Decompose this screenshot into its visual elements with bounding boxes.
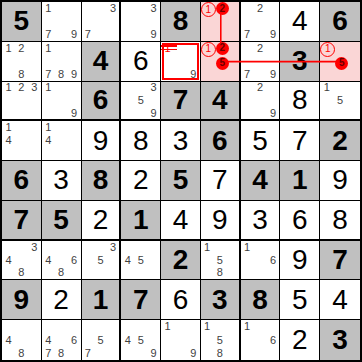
cell-r6c9[interactable]: 8 xyxy=(320,201,360,241)
candidate-4: 4 xyxy=(42,134,55,147)
solved-digit: 6 xyxy=(173,286,189,314)
cell-r5c1[interactable]: 6 xyxy=(2,161,42,201)
given-digit: 2 xyxy=(173,246,189,274)
cell-r3c1[interactable]: 123 xyxy=(2,82,42,122)
solved-digit: 6 xyxy=(292,206,308,234)
solved-digit: 3 xyxy=(252,206,268,234)
cell-r7c5[interactable]: 2 xyxy=(161,241,201,281)
candidate-2: 2 xyxy=(254,82,267,95)
solved-digit: 6 xyxy=(133,47,149,75)
cell-r1c8[interactable]: 4 xyxy=(280,2,320,42)
candidate-9: 9 xyxy=(267,107,280,120)
pencil-marks: 39 xyxy=(121,2,160,41)
solved-digit: 9 xyxy=(332,166,348,194)
cell-r5c4[interactable]: 2 xyxy=(121,161,161,201)
candidate-5: 5 xyxy=(134,254,147,267)
cell-r3c2[interactable]: 19 xyxy=(42,82,82,122)
cell-r1c3[interactable]: 37 xyxy=(82,2,122,42)
solved-digit: 2 xyxy=(53,286,69,314)
given-digit: 8 xyxy=(93,166,109,194)
given-digit: 8 xyxy=(173,7,189,35)
cell-r1c5[interactable]: 8 xyxy=(161,2,201,42)
cell-r4c2[interactable]: 14 xyxy=(42,121,82,161)
pencil-marks: 459 xyxy=(121,320,160,360)
candidate-4: 4 xyxy=(121,254,134,267)
candidate-1: 1 xyxy=(42,42,55,55)
candidate-9: 9 xyxy=(68,28,81,41)
solved-digit: 4 xyxy=(173,206,189,234)
pencil-marks: 29 xyxy=(241,82,280,120)
cell-r2c3[interactable]: 4 xyxy=(82,42,122,82)
cell-r8c2[interactable]: 2 xyxy=(42,280,82,320)
given-digit: 1 xyxy=(93,286,109,314)
cell-r7c9[interactable]: 7 xyxy=(320,241,360,281)
cell-r2c4[interactable]: 6 xyxy=(121,42,161,82)
candidate-7: 7 xyxy=(241,68,254,81)
cell-r8c5[interactable]: 6 xyxy=(161,280,201,320)
pencil-marks: 1789 xyxy=(42,42,81,81)
cell-r8c4[interactable]: 7 xyxy=(121,280,161,320)
pencil-marks: 12 xyxy=(201,2,239,41)
candidate-4: 4 xyxy=(2,254,15,267)
solved-digit: 3 xyxy=(173,127,189,155)
cell-r2c6[interactable]: 125 xyxy=(201,42,241,82)
candidate-9: 9 xyxy=(187,347,200,360)
candidate-5: 5 xyxy=(134,94,147,107)
cell-r8c3[interactable]: 1 xyxy=(82,280,122,320)
pencil-marks: 279 xyxy=(241,42,280,81)
candidate-7: 7 xyxy=(82,347,95,360)
cell-r1c2[interactable]: 179 xyxy=(42,2,82,42)
candidate-1: 1 xyxy=(320,82,333,95)
candidate-8: 8 xyxy=(15,347,28,360)
cell-r9c3[interactable]: 57 xyxy=(82,320,122,360)
given-digit: 7 xyxy=(14,206,30,234)
candidate-4: 4 xyxy=(42,333,55,346)
candidate-9: 9 xyxy=(267,28,280,41)
cell-r3c6[interactable]: 4 xyxy=(201,82,241,122)
pencil-marks: 125 xyxy=(201,42,239,81)
candidate-1: 1 xyxy=(241,241,254,254)
candidate-1: 1 xyxy=(201,320,214,333)
candidate-1: 1 xyxy=(42,121,55,134)
pencil-marks: 35 xyxy=(82,241,120,280)
given-digit: 4 xyxy=(93,47,109,75)
cell-r6c8[interactable]: 6 xyxy=(280,201,320,241)
candidate-4: 4 xyxy=(2,134,15,147)
cell-r1c4[interactable]: 39 xyxy=(121,2,161,42)
cell-r3c7[interactable]: 29 xyxy=(241,82,281,122)
solved-digit: 9 xyxy=(93,127,109,155)
chain-disc-5: 5 xyxy=(335,57,348,70)
cell-r3c8[interactable]: 8 xyxy=(280,82,320,122)
candidate-3: 3 xyxy=(107,241,120,254)
cell-r2c2[interactable]: 1789 xyxy=(42,42,82,82)
candidate-3: 3 xyxy=(28,241,41,254)
candidate-4: 4 xyxy=(2,333,15,346)
candidate-6: 6 xyxy=(267,333,280,346)
cell-r7c2[interactable]: 468 xyxy=(42,241,82,281)
given-digit: 4 xyxy=(252,166,268,194)
cell-r7c8[interactable]: 9 xyxy=(280,241,320,281)
cell-r2c1[interactable]: 128 xyxy=(2,42,42,82)
cell-r5c8[interactable]: 1 xyxy=(280,161,320,201)
given-digit: 7 xyxy=(173,86,189,114)
cell-r4c9[interactable]: 2 xyxy=(320,121,360,161)
candidate-5: 5 xyxy=(333,94,346,107)
cell-r7c7[interactable]: 16 xyxy=(241,241,281,281)
candidate-7: 7 xyxy=(42,68,55,81)
candidate-5: 5 xyxy=(213,254,226,267)
cell-r6c3[interactable]: 2 xyxy=(82,201,122,241)
pencil-marks: 15 xyxy=(320,42,360,81)
candidate-8: 8 xyxy=(213,347,226,360)
cell-r8c6[interactable]: 3 xyxy=(201,280,241,320)
candidate-1: 1 xyxy=(2,42,15,55)
pencil-marks: 348 xyxy=(2,241,41,280)
cell-r3c9[interactable]: 15 xyxy=(320,82,360,122)
candidate-6: 6 xyxy=(267,254,280,267)
solved-digit: 8 xyxy=(133,127,149,155)
given-digit: 3 xyxy=(292,47,308,75)
solved-digit: 3 xyxy=(53,166,69,194)
candidate-2: 2 xyxy=(254,2,267,15)
candidate-8: 8 xyxy=(213,267,226,280)
pencil-marks: 158 xyxy=(201,320,239,360)
cell-r6c4[interactable]: 1 xyxy=(121,201,161,241)
pencil-marks: 19 xyxy=(161,320,200,360)
candidate-1: 1 xyxy=(241,320,254,333)
cell-r4c6[interactable]: 6 xyxy=(201,121,241,161)
candidate-8: 8 xyxy=(55,347,68,360)
cell-r9c4[interactable]: 459 xyxy=(121,320,161,360)
cell-r4c3[interactable]: 9 xyxy=(82,121,122,161)
sudoku-board: 5179373981227946128178946191252793151231… xyxy=(0,0,362,362)
cell-r2c5[interactable]: 19 xyxy=(161,42,201,82)
given-digit: 1 xyxy=(292,166,308,194)
pencil-marks: 19 xyxy=(161,42,200,81)
candidate-8: 8 xyxy=(15,267,28,280)
candidate-2: 2 xyxy=(254,42,267,55)
solved-digit: 5 xyxy=(292,286,308,314)
pencil-marks: 468 xyxy=(42,241,81,280)
candidate-8: 8 xyxy=(15,68,28,81)
candidate-1: 1 xyxy=(42,2,55,15)
cell-r3c4[interactable]: 359 xyxy=(121,82,161,122)
candidate-6: 6 xyxy=(68,333,81,346)
cell-r2c9[interactable]: 15 xyxy=(320,42,360,82)
pencil-marks: 57 xyxy=(82,320,120,360)
candidate-9: 9 xyxy=(68,107,81,120)
cell-r4c1[interactable]: 14 xyxy=(2,121,42,161)
candidate-7: 7 xyxy=(82,28,95,41)
cell-r2c7[interactable]: 279 xyxy=(241,42,281,82)
cell-r1c1[interactable]: 5 xyxy=(2,2,42,42)
chain-disc-2: 2 xyxy=(216,42,229,55)
cell-r8c7[interactable]: 8 xyxy=(241,280,281,320)
cell-r9c6[interactable]: 158 xyxy=(201,320,241,360)
candidate-2: 2 xyxy=(15,82,28,95)
chain-circle-1: 1 xyxy=(320,42,335,57)
solved-digit: 9 xyxy=(292,246,308,274)
given-digit: 6 xyxy=(93,86,109,114)
cell-r7c1[interactable]: 348 xyxy=(2,241,42,281)
pencil-marks: 128 xyxy=(2,42,41,81)
given-digit: 2 xyxy=(332,127,348,155)
cell-r6c1[interactable]: 7 xyxy=(2,201,42,241)
pencil-marks: 45 xyxy=(121,241,160,280)
cell-r3c5[interactable]: 7 xyxy=(161,82,201,122)
cell-r8c8[interactable]: 5 xyxy=(280,280,320,320)
cell-r2c8[interactable]: 3 xyxy=(280,42,320,82)
candidate-7: 7 xyxy=(241,28,254,41)
cell-r9c2[interactable]: 4678 xyxy=(42,320,82,360)
cell-r9c7[interactable]: 16 xyxy=(241,320,281,360)
candidate-9: 9 xyxy=(68,68,81,81)
candidate-9: 9 xyxy=(187,68,200,81)
pencil-marks: 15 xyxy=(320,82,360,120)
given-digit: 5 xyxy=(53,206,69,234)
sudoku-grid: 5179373981227946128178946191252793151231… xyxy=(2,2,360,360)
candidate-7: 7 xyxy=(42,347,55,360)
candidate-3: 3 xyxy=(28,82,41,95)
pencil-marks: 48 xyxy=(2,320,41,360)
given-digit: 8 xyxy=(252,286,268,314)
cell-r1c9[interactable]: 6 xyxy=(320,2,360,42)
cell-r6c2[interactable]: 5 xyxy=(42,201,82,241)
candidate-1: 1 xyxy=(2,82,15,95)
cell-r5c2[interactable]: 3 xyxy=(42,161,82,201)
candidate-5: 5 xyxy=(134,333,147,346)
solved-digit: 2 xyxy=(292,326,308,354)
candidate-5: 5 xyxy=(94,254,107,267)
cell-r8c1[interactable]: 9 xyxy=(2,280,42,320)
cell-r7c4[interactable]: 45 xyxy=(121,241,161,281)
candidate-8: 8 xyxy=(55,68,68,81)
cell-r7c3[interactable]: 35 xyxy=(82,241,122,281)
solved-digit: 9 xyxy=(212,206,228,234)
given-digit: 3 xyxy=(212,286,228,314)
cell-r4c5[interactable]: 3 xyxy=(161,121,201,161)
candidate-3: 3 xyxy=(147,82,160,95)
given-digit: 6 xyxy=(332,7,348,35)
cell-r5c3[interactable]: 8 xyxy=(82,161,122,201)
given-digit: 5 xyxy=(173,166,189,194)
solved-digit: 2 xyxy=(133,166,149,194)
solved-digit: 7 xyxy=(292,127,308,155)
candidate-3: 3 xyxy=(147,2,160,15)
candidate-5: 5 xyxy=(213,333,226,346)
candidate-1: 1 xyxy=(161,320,174,333)
pencil-marks: 359 xyxy=(121,82,160,120)
cell-r4c4[interactable]: 8 xyxy=(121,121,161,161)
cell-r9c9[interactable]: 3 xyxy=(320,320,360,360)
chain-circle-1: 1 xyxy=(201,2,216,17)
solved-digit: 7 xyxy=(212,166,228,194)
cell-r7c6[interactable]: 158 xyxy=(201,241,241,281)
given-digit: 6 xyxy=(14,166,30,194)
candidate-9: 9 xyxy=(147,28,160,41)
given-digit: 7 xyxy=(133,286,149,314)
pencil-marks: 16 xyxy=(241,320,280,360)
cell-r1c6[interactable]: 12 xyxy=(201,2,241,42)
solved-digit: 4 xyxy=(332,286,348,314)
solved-digit: 8 xyxy=(332,206,348,234)
pencil-marks: 279 xyxy=(241,2,280,41)
cell-r5c9[interactable]: 9 xyxy=(320,161,360,201)
candidate-6: 6 xyxy=(68,254,81,267)
pencil-marks: 14 xyxy=(2,121,41,160)
candidate-9: 9 xyxy=(267,68,280,81)
candidate-4: 4 xyxy=(121,333,134,346)
candidate-2: 2 xyxy=(15,42,28,55)
cell-r5c6[interactable]: 7 xyxy=(201,161,241,201)
cell-r9c8[interactable]: 2 xyxy=(280,320,320,360)
pencil-marks: 14 xyxy=(42,121,81,160)
given-digit: 6 xyxy=(212,127,228,155)
cell-r6c5[interactable]: 4 xyxy=(161,201,201,241)
cell-r5c5[interactable]: 5 xyxy=(161,161,201,201)
cell-r4c8[interactable]: 7 xyxy=(280,121,320,161)
given-digit: 4 xyxy=(212,86,228,114)
solved-digit: 4 xyxy=(292,7,308,35)
given-digit: 1 xyxy=(133,206,149,234)
candidate-1: 1 xyxy=(2,121,15,134)
pencil-marks: 19 xyxy=(42,82,81,120)
solved-digit: 8 xyxy=(292,86,308,114)
cell-r5c7[interactable]: 4 xyxy=(241,161,281,201)
candidate-5: 5 xyxy=(94,333,107,346)
cell-r6c7[interactable]: 3 xyxy=(241,201,281,241)
given-digit: 9 xyxy=(14,286,30,314)
candidate-9: 9 xyxy=(147,107,160,120)
pencil-marks: 16 xyxy=(241,241,280,280)
pencil-marks: 179 xyxy=(42,2,81,41)
cell-r1c7[interactable]: 279 xyxy=(241,2,281,42)
solved-digit: 2 xyxy=(93,206,109,234)
pencil-marks: 158 xyxy=(201,241,239,280)
candidate-4: 4 xyxy=(42,254,55,267)
candidate-8: 8 xyxy=(55,267,68,280)
cell-r3c3[interactable]: 6 xyxy=(82,82,122,122)
candidate-7: 7 xyxy=(42,28,55,41)
candidate-1: 1 xyxy=(201,241,214,254)
pencil-marks: 4678 xyxy=(42,320,81,360)
pencil-marks: 37 xyxy=(82,2,120,41)
eliminated-candidate-1: 1 xyxy=(161,42,174,55)
chain-disc-5: 5 xyxy=(216,57,229,70)
candidate-1: 1 xyxy=(42,82,55,95)
candidate-3: 3 xyxy=(107,2,120,15)
cell-r8c9[interactable]: 4 xyxy=(320,280,360,320)
pencil-marks: 123 xyxy=(2,82,41,120)
given-digit: 3 xyxy=(332,326,348,354)
solved-digit: 5 xyxy=(252,127,268,155)
given-digit: 5 xyxy=(14,7,30,35)
chain-disc-2: 2 xyxy=(216,2,229,15)
cell-r6c6[interactable]: 9 xyxy=(201,201,241,241)
cell-r4c7[interactable]: 5 xyxy=(241,121,281,161)
given-digit: 7 xyxy=(332,246,348,274)
cell-r9c1[interactable]: 48 xyxy=(2,320,42,360)
chain-circle-1: 1 xyxy=(201,42,216,57)
candidate-9: 9 xyxy=(147,347,160,360)
cell-r9c5[interactable]: 19 xyxy=(161,320,201,360)
